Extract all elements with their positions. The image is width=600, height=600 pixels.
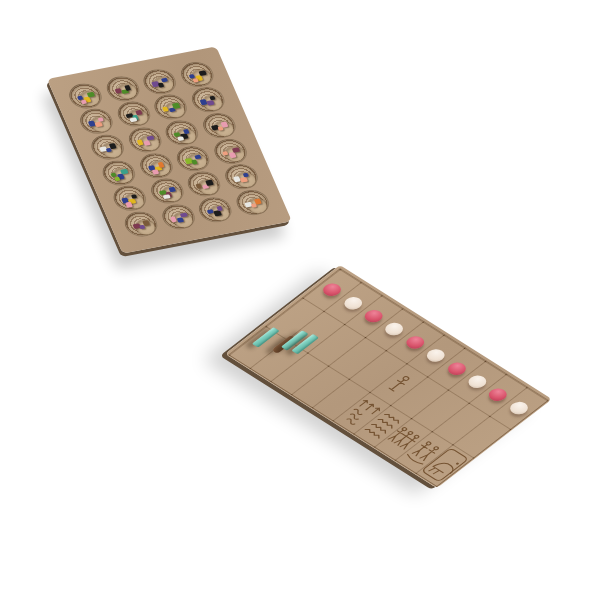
mancala-pit-r4c4[interactable]: [209, 136, 251, 166]
mancala-pit-r6c1[interactable]: [120, 209, 162, 239]
mancala-pit-r5c3[interactable]: [184, 169, 226, 199]
mancala-pit-r1c4[interactable]: [176, 59, 218, 89]
mancala-pit-r2c2[interactable]: [113, 99, 155, 129]
mancala-pit-r3c4[interactable]: [198, 111, 240, 141]
mancala-pit-r4c1[interactable]: [98, 158, 140, 188]
mancala-pit-r5c1[interactable]: [109, 183, 151, 213]
mancala-pit-r6c3[interactable]: [195, 195, 237, 225]
mancala-pit-r5c2[interactable]: [146, 176, 188, 206]
product-photo-scene: [0, 0, 600, 600]
mancala-pit-r3c3[interactable]: [161, 118, 203, 148]
mancala-pit-grid: [62, 58, 277, 241]
mancala-pit-r1c3[interactable]: [139, 66, 181, 96]
mancala-pit-r2c1[interactable]: [76, 106, 118, 136]
mancala-board: [47, 46, 292, 253]
mancala-pit-r4c2[interactable]: [135, 150, 177, 180]
mancala-pit-r2c4[interactable]: [187, 85, 229, 115]
mancala-pit-r1c1[interactable]: [65, 81, 107, 111]
mancala-pit-r1c2[interactable]: [102, 74, 144, 104]
mancala-pit-r2c3[interactable]: [150, 92, 192, 122]
mancala-pit-r6c4[interactable]: [232, 187, 274, 217]
mancala-pit-r3c1[interactable]: [87, 132, 129, 162]
throwing-sticks-group: [225, 265, 552, 488]
senet-board: [225, 265, 552, 488]
throwing-stick-1-teal-flat[interactable]: [252, 327, 280, 348]
mancala-pit-r6c2[interactable]: [158, 202, 200, 232]
mancala-pit-r3c2[interactable]: [124, 125, 166, 155]
mancala-pit-r4c3[interactable]: [172, 143, 214, 173]
mancala-pit-r5c4[interactable]: [221, 162, 263, 192]
